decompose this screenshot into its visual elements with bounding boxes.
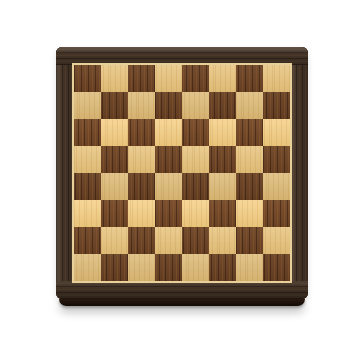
square-a4[interactable] <box>74 173 101 200</box>
square-b2[interactable] <box>101 227 128 254</box>
square-g2[interactable] <box>236 227 263 254</box>
square-d8[interactable] <box>155 65 182 92</box>
square-g7[interactable] <box>236 92 263 119</box>
square-f7[interactable] <box>209 92 236 119</box>
square-f3[interactable] <box>209 200 236 227</box>
square-e3[interactable] <box>182 200 209 227</box>
square-d2[interactable] <box>155 227 182 254</box>
square-e4[interactable] <box>182 173 209 200</box>
board-frame-bottom <box>56 281 308 299</box>
square-c2[interactable] <box>128 227 155 254</box>
board-playfield <box>72 63 292 283</box>
square-a6[interactable] <box>74 119 101 146</box>
square-h4[interactable] <box>263 173 290 200</box>
square-a1[interactable] <box>74 254 101 281</box>
square-h1[interactable] <box>263 254 290 281</box>
square-h7[interactable] <box>263 92 290 119</box>
square-h3[interactable] <box>263 200 290 227</box>
square-e6[interactable] <box>182 119 209 146</box>
square-e1[interactable] <box>182 254 209 281</box>
square-d5[interactable] <box>155 146 182 173</box>
square-g3[interactable] <box>236 200 263 227</box>
board-face <box>56 47 308 299</box>
square-g6[interactable] <box>236 119 263 146</box>
square-g4[interactable] <box>236 173 263 200</box>
square-f1[interactable] <box>209 254 236 281</box>
square-e8[interactable] <box>182 65 209 92</box>
square-h2[interactable] <box>263 227 290 254</box>
square-h5[interactable] <box>263 146 290 173</box>
square-h8[interactable] <box>263 65 290 92</box>
square-e7[interactable] <box>182 92 209 119</box>
square-f5[interactable] <box>209 146 236 173</box>
photo-background <box>0 0 360 360</box>
square-b1[interactable] <box>101 254 128 281</box>
chess-board <box>56 47 308 307</box>
square-g8[interactable] <box>236 65 263 92</box>
square-c1[interactable] <box>128 254 155 281</box>
square-f6[interactable] <box>209 119 236 146</box>
square-f8[interactable] <box>209 65 236 92</box>
square-e2[interactable] <box>182 227 209 254</box>
square-b4[interactable] <box>101 173 128 200</box>
square-a7[interactable] <box>74 92 101 119</box>
square-a8[interactable] <box>74 65 101 92</box>
square-a5[interactable] <box>74 146 101 173</box>
square-c4[interactable] <box>128 173 155 200</box>
square-d7[interactable] <box>155 92 182 119</box>
square-g5[interactable] <box>236 146 263 173</box>
square-g1[interactable] <box>236 254 263 281</box>
square-b3[interactable] <box>101 200 128 227</box>
square-b6[interactable] <box>101 119 128 146</box>
square-d1[interactable] <box>155 254 182 281</box>
square-c8[interactable] <box>128 65 155 92</box>
square-f2[interactable] <box>209 227 236 254</box>
board-frame-right <box>290 47 308 299</box>
square-c6[interactable] <box>128 119 155 146</box>
square-d4[interactable] <box>155 173 182 200</box>
square-e5[interactable] <box>182 146 209 173</box>
square-c5[interactable] <box>128 146 155 173</box>
square-a2[interactable] <box>74 227 101 254</box>
square-c3[interactable] <box>128 200 155 227</box>
square-b7[interactable] <box>101 92 128 119</box>
square-a3[interactable] <box>74 200 101 227</box>
square-d3[interactable] <box>155 200 182 227</box>
board-side-edge <box>59 299 305 306</box>
square-d6[interactable] <box>155 119 182 146</box>
square-b8[interactable] <box>101 65 128 92</box>
square-f4[interactable] <box>209 173 236 200</box>
square-b5[interactable] <box>101 146 128 173</box>
square-c7[interactable] <box>128 92 155 119</box>
square-h6[interactable] <box>263 119 290 146</box>
